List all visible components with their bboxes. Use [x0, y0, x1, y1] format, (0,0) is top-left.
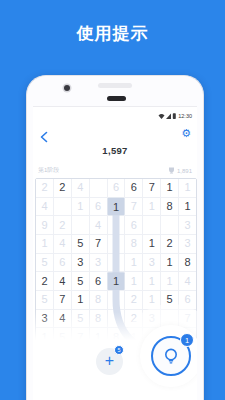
grid-cell-r4c6[interactable]: 8 — [125, 235, 142, 253]
grid-cell-r1c9[interactable]: 1 — [179, 179, 196, 197]
back-button[interactable] — [39, 131, 50, 143]
grid-cell-r3c6[interactable]: 6 — [125, 216, 142, 234]
grid-cell-r1c1[interactable]: 2 — [36, 179, 53, 197]
grid-cell-r1c7[interactable]: 7 — [143, 179, 160, 197]
grid-cell-r5c6[interactable]: 1 — [125, 254, 142, 272]
grid-cell-r2c1[interactable]: 4 — [36, 198, 53, 216]
status-bar: 12:30 — [158, 113, 192, 119]
grid-cell-r5c9[interactable]: 8 — [179, 254, 196, 272]
speaker-slot — [98, 83, 132, 88]
grid-cell-r3c1[interactable]: 9 — [36, 216, 53, 234]
add-rows-badge: 5 — [114, 345, 124, 355]
status-icons — [158, 113, 176, 119]
app-screen: 12:30 ⚙ 1,597 第1阶段 1,891 224667114167 — [33, 106, 197, 400]
grid-cell-r6c2[interactable]: 4 — [54, 272, 71, 290]
grid-cell-r6c8[interactable]: 1 — [161, 272, 178, 290]
grid-cell-r5c1[interactable]: 5 — [36, 254, 53, 272]
grid-cell-r7c5[interactable] — [108, 291, 125, 309]
grid-cell-r3c5[interactable] — [108, 216, 125, 234]
grid-cell-r7c4[interactable]: 8 — [90, 291, 107, 309]
grid-cell-r4c3[interactable]: 5 — [72, 235, 89, 253]
page-title: 使用提示 — [0, 22, 225, 45]
grid-cell-r6c4[interactable]: 6 — [90, 272, 107, 290]
tutorial-promo-screen: 使用提示 12:30 ⚙ 1,597 第1阶段 — [0, 0, 225, 400]
best-score-value: 1,891 — [177, 168, 192, 174]
grid-cell-r2c4[interactable]: 6 — [90, 198, 107, 216]
grid-cell-r2c2[interactable] — [54, 198, 71, 216]
settings-button[interactable]: ⚙ — [181, 128, 191, 139]
grid-cell-r4c8[interactable]: 2 — [161, 235, 178, 253]
grid-cell-r5c4[interactable]: 3 — [90, 254, 107, 272]
meta-row: 第1阶段 1,891 — [38, 166, 192, 175]
phone-mockup: 12:30 ⚙ 1,597 第1阶段 1,891 224667114167 — [26, 75, 204, 400]
grid-cell-r4c9[interactable]: 3 — [179, 235, 196, 253]
grid-cell-r1c8[interactable]: 1 — [161, 179, 178, 197]
grid-cell-r6c9[interactable]: 4 — [179, 272, 196, 290]
grid-cell-r7c3[interactable]: 1 — [72, 291, 89, 309]
grid-cell-r7c1[interactable]: 5 — [36, 291, 53, 309]
grid-cell-r5c3[interactable]: 3 — [72, 254, 89, 272]
current-score: 1,597 — [33, 145, 197, 156]
lightbulb-icon — [162, 347, 180, 365]
grid-cell-r1c5[interactable]: 6 — [108, 179, 125, 197]
earpiece — [107, 96, 126, 101]
back-chevron-icon — [42, 133, 47, 142]
battery-icon — [173, 113, 176, 119]
grid-cell-r3c8[interactable] — [161, 216, 178, 234]
grid-cell-r5c5[interactable] — [108, 254, 125, 272]
grid-cell-r4c1[interactable]: 1 — [36, 235, 53, 253]
grid-cell-r7c2[interactable]: 7 — [54, 291, 71, 309]
clock: 12:30 — [178, 113, 192, 119]
grid-cell-r6c7[interactable]: 1 — [143, 272, 160, 290]
stage-label: 第1阶段 — [38, 166, 59, 175]
grid-cell-r2c7[interactable]: 1 — [143, 198, 160, 216]
grid-cell-r1c6[interactable]: 6 — [125, 179, 142, 197]
grid-cell-r6c1[interactable]: 2 — [36, 272, 53, 290]
wifi-icon — [159, 114, 165, 119]
grid-cell-r7c6[interactable]: 2 — [125, 291, 142, 309]
grid-cell-r2c5[interactable] — [108, 198, 125, 216]
grid-cell-r3c9[interactable]: 3 — [179, 216, 196, 234]
grid-cell-r2c3[interactable]: 1 — [72, 198, 89, 216]
grid-cell-r3c7[interactable] — [143, 216, 160, 234]
best-score: 1,891 — [168, 167, 192, 174]
grid-cell-r6c3[interactable]: 5 — [72, 272, 89, 290]
grid-cell-r3c4[interactable]: 4 — [90, 216, 107, 234]
grid-cell-r6c6[interactable]: 1 — [125, 272, 142, 290]
grid-cell-r5c8[interactable]: 1 — [161, 254, 178, 272]
grid-cell-r2c6[interactable]: 7 — [125, 198, 142, 216]
grid-cell-r5c7[interactable]: 3 — [143, 254, 160, 272]
grid-cell-r2c9[interactable]: 1 — [179, 198, 196, 216]
grid-cell-r1c3[interactable]: 4 — [72, 179, 89, 197]
grid-cell-r4c7[interactable]: 1 — [143, 235, 160, 253]
grid-cell-r2c8[interactable]: 8 — [161, 198, 178, 216]
grid-cell-r1c4[interactable] — [90, 179, 107, 197]
grid-cell-r4c4[interactable]: 7 — [90, 235, 107, 253]
hint-badge: 1 — [180, 333, 194, 347]
grid-cell-r6c5[interactable] — [108, 272, 125, 290]
grid-cell-r4c2[interactable]: 4 — [54, 235, 71, 253]
signal-icon — [166, 113, 171, 119]
trophy-icon — [168, 167, 175, 174]
grid-cell-r4c5[interactable] — [108, 235, 125, 253]
grid-cell-r3c3[interactable] — [72, 216, 89, 234]
grid-cell-r5c2[interactable]: 6 — [54, 254, 71, 272]
grid-cell-r1c2[interactable]: 2 — [54, 179, 71, 197]
grid-cell-r3c2[interactable]: 2 — [54, 216, 71, 234]
front-camera-icon — [64, 85, 70, 91]
